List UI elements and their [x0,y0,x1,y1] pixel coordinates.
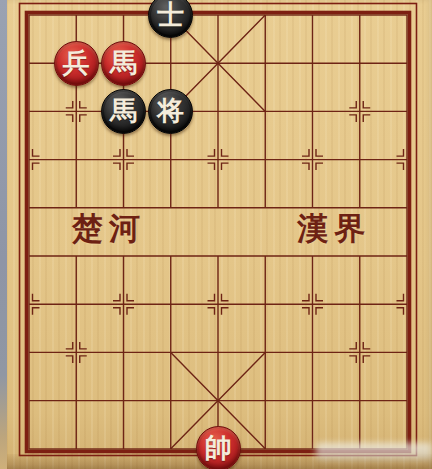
piece-red-horse[interactable]: 馬 [101,41,146,86]
piece-black-horse[interactable]: 馬 [101,89,146,134]
xiangqi-board-screen: 楚河 漢界 士兵馬馬将帥 [0,0,432,469]
piece-red-soldier[interactable]: 兵 [54,41,99,86]
pieces-layer: 士兵馬馬将帥 [5,0,430,469]
piece-label: 馬 [110,97,137,124]
piece-label: 将 [157,97,184,124]
piece-label: 兵 [63,49,90,76]
watermark-blur [316,443,432,460]
piece-label: 帥 [205,434,232,461]
piece-red-general[interactable]: 帥 [196,426,241,469]
piece-label: 士 [157,1,184,28]
piece-black-advisor[interactable]: 士 [148,0,193,38]
piece-black-general[interactable]: 将 [148,89,193,134]
piece-label: 馬 [110,49,137,76]
